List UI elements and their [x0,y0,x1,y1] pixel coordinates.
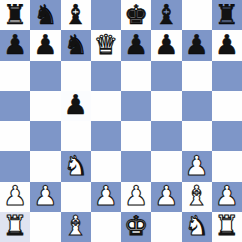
square-a6[interactable] [0,61,30,91]
square-f6[interactable] [151,61,181,91]
piece-black-knight-b8[interactable]: ♞ [33,1,57,28]
square-h4[interactable] [212,121,242,151]
square-f7[interactable]: ♟ [151,30,181,60]
square-e4[interactable] [121,121,151,151]
square-c1[interactable]: ♝ [61,212,91,242]
square-f4[interactable] [151,121,181,151]
square-g5[interactable] [182,91,212,121]
square-e5[interactable] [121,91,151,121]
square-e6[interactable] [121,61,151,91]
piece-white-king-e1[interactable]: ♚ [124,212,148,239]
square-b1[interactable] [30,212,60,242]
piece-white-bishop-g2[interactable]: ♝ [185,182,209,209]
square-h1[interactable]: ♜ [212,212,242,242]
square-c6[interactable] [61,61,91,91]
square-h5[interactable] [212,91,242,121]
square-d5[interactable] [91,91,121,121]
square-f3[interactable] [151,151,181,181]
piece-white-rook-h1[interactable]: ♜ [215,212,239,239]
piece-white-rook-a1[interactable]: ♜ [3,212,27,239]
square-h6[interactable] [212,61,242,91]
square-e1[interactable]: ♚ [121,212,151,242]
square-b8[interactable]: ♞ [30,0,60,30]
square-d8[interactable] [91,0,121,30]
square-e2[interactable]: ♟ [121,182,151,212]
square-a7[interactable]: ♟ [0,30,30,60]
square-g2[interactable]: ♝ [182,182,212,212]
square-d7[interactable]: ♛ [91,30,121,60]
square-a4[interactable] [0,121,30,151]
piece-white-knight-g1[interactable]: ♞ [185,212,209,239]
square-a1[interactable]: ♜ [0,212,30,242]
square-g6[interactable] [182,61,212,91]
piece-white-pawn-e2[interactable]: ♟ [124,182,148,209]
piece-black-rook-a8[interactable]: ♜ [3,1,27,28]
piece-black-knight-c7[interactable]: ♞ [64,31,88,58]
square-b2[interactable]: ♟ [30,182,60,212]
square-c2[interactable] [61,182,91,212]
square-e7[interactable]: ♟ [121,30,151,60]
square-f1[interactable] [151,212,181,242]
square-d4[interactable] [91,121,121,151]
square-g1[interactable]: ♞ [182,212,212,242]
chess-board: ♜♞♝♚♝♜♟♟♞♛♟♟♟♟♟♞♟♟♟♟♟♟♝♟♜♝♚♞♜ [0,0,242,242]
square-c7[interactable]: ♞ [61,30,91,60]
square-b4[interactable] [30,121,60,151]
square-a3[interactable] [0,151,30,181]
square-b7[interactable]: ♟ [30,30,60,60]
piece-white-pawn-g3[interactable]: ♟ [185,152,209,179]
piece-white-pawn-a2[interactable]: ♟ [3,182,27,209]
piece-white-bishop-c1[interactable]: ♝ [64,212,88,239]
piece-white-pawn-b2[interactable]: ♟ [33,182,57,209]
square-b6[interactable] [30,61,60,91]
square-c8[interactable]: ♝ [61,0,91,30]
square-b3[interactable] [30,151,60,181]
piece-white-knight-c3[interactable]: ♞ [64,152,88,179]
square-d6[interactable] [91,61,121,91]
square-h2[interactable]: ♟ [212,182,242,212]
square-h8[interactable]: ♜ [212,0,242,30]
piece-black-pawn-g7[interactable]: ♟ [185,31,209,58]
square-f2[interactable]: ♟ [151,182,181,212]
square-a5[interactable] [0,91,30,121]
square-c3[interactable]: ♞ [61,151,91,181]
piece-black-rook-h8[interactable]: ♜ [215,1,239,28]
square-d1[interactable] [91,212,121,242]
piece-white-pawn-h2[interactable]: ♟ [215,182,239,209]
square-d2[interactable]: ♟ [91,182,121,212]
square-g8[interactable] [182,0,212,30]
square-f5[interactable] [151,91,181,121]
square-g7[interactable]: ♟ [182,30,212,60]
square-g4[interactable] [182,121,212,151]
square-a2[interactable]: ♟ [0,182,30,212]
square-e3[interactable] [121,151,151,181]
piece-black-pawn-b7[interactable]: ♟ [33,31,57,58]
square-f8[interactable]: ♝ [151,0,181,30]
square-a8[interactable]: ♜ [0,0,30,30]
square-h7[interactable]: ♟ [212,30,242,60]
piece-black-pawn-h7[interactable]: ♟ [215,31,239,58]
piece-white-pawn-f2[interactable]: ♟ [154,182,178,209]
square-g3[interactable]: ♟ [182,151,212,181]
piece-black-bishop-f8[interactable]: ♝ [154,1,178,28]
piece-white-queen-d7[interactable]: ♛ [94,31,118,58]
piece-black-pawn-e7[interactable]: ♟ [124,31,148,58]
square-c4[interactable] [61,121,91,151]
piece-black-pawn-f7[interactable]: ♟ [154,31,178,58]
square-d3[interactable] [91,151,121,181]
square-e8[interactable]: ♚ [121,0,151,30]
square-c5[interactable]: ♟ [61,91,91,121]
piece-black-bishop-c8[interactable]: ♝ [64,1,88,28]
square-b5[interactable] [30,91,60,121]
square-h3[interactable] [212,151,242,181]
piece-white-pawn-d2[interactable]: ♟ [94,182,118,209]
piece-black-king-e8[interactable]: ♚ [124,1,148,28]
piece-black-pawn-c5[interactable]: ♟ [64,91,88,118]
piece-black-pawn-a7[interactable]: ♟ [3,31,27,58]
